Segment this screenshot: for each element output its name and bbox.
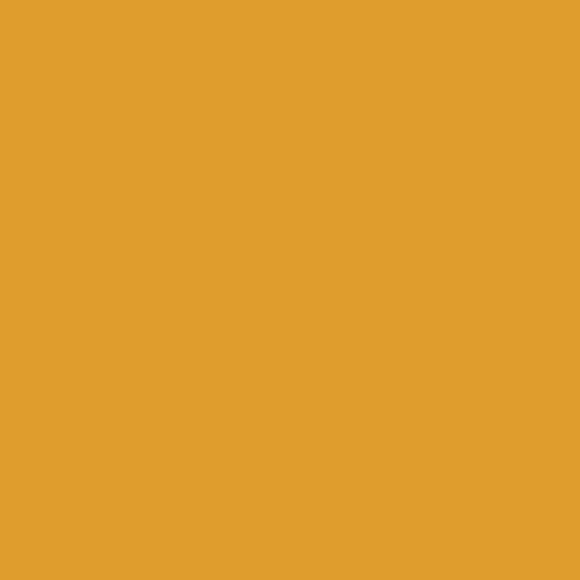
- goban[interactable]: [0, 0, 580, 580]
- board-grid: [0, 0, 580, 580]
